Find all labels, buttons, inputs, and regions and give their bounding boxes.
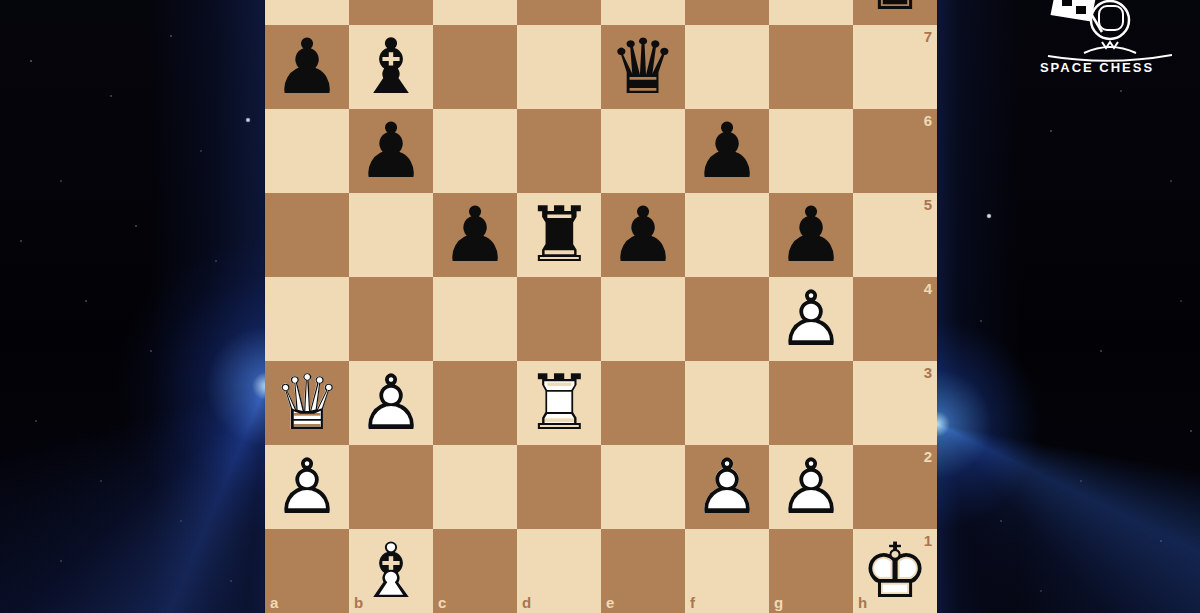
square-c4[interactable]: [433, 277, 517, 361]
white-pawn-outline-glyph: ♙: [777, 277, 845, 361]
square-g5[interactable]: ♟: [769, 193, 853, 277]
square-d2[interactable]: [517, 445, 601, 529]
square-d1[interactable]: d: [517, 529, 601, 613]
white-pawn[interactable]: ♟♙: [349, 361, 433, 445]
white-pawn-outline-glyph: ♙: [693, 445, 761, 529]
square-b2[interactable]: [349, 445, 433, 529]
square-d7[interactable]: [517, 25, 601, 109]
square-c3[interactable]: [433, 361, 517, 445]
black-pawn[interactable]: ♟: [601, 193, 685, 277]
square-c5[interactable]: ♟: [433, 193, 517, 277]
square-f6[interactable]: ♟: [685, 109, 769, 193]
square-e4[interactable]: [601, 277, 685, 361]
white-pawn[interactable]: ♟♙: [685, 445, 769, 529]
white-queen[interactable]: ♛♕: [265, 361, 349, 445]
square-e7[interactable]: ♛: [601, 25, 685, 109]
square-b6[interactable]: ♟: [349, 109, 433, 193]
black-king-glyph: ♚: [861, 0, 929, 25]
white-pawn[interactable]: ♟♙: [769, 445, 853, 529]
white-bishop[interactable]: ♝♗: [349, 529, 433, 613]
astronaut-chess-piece-icon: [1022, 0, 1172, 62]
square-g6[interactable]: [769, 109, 853, 193]
square-a2[interactable]: ♟♙: [265, 445, 349, 529]
square-e1[interactable]: e: [601, 529, 685, 613]
square-h6[interactable]: 6: [853, 109, 937, 193]
square-a5[interactable]: [265, 193, 349, 277]
square-f7[interactable]: [685, 25, 769, 109]
black-pawn-glyph: ♟: [441, 193, 509, 277]
black-bishop-glyph: ♝: [357, 25, 425, 109]
white-queen-outline-glyph: ♕: [273, 361, 341, 445]
square-a6[interactable]: [265, 109, 349, 193]
white-pawn-outline-glyph: ♙: [777, 445, 845, 529]
white-pawn-outline-glyph: ♙: [357, 361, 425, 445]
square-g2[interactable]: ♟♙: [769, 445, 853, 529]
space-chess-logo: SPACE CHESS: [1022, 0, 1172, 86]
black-pawn[interactable]: ♟: [685, 109, 769, 193]
square-a7[interactable]: ♟: [265, 25, 349, 109]
square-d3[interactable]: ♜♖: [517, 361, 601, 445]
white-king-outline-glyph: ♔: [861, 529, 929, 613]
white-rook-outline-glyph: ♖: [525, 361, 593, 445]
square-d4[interactable]: [517, 277, 601, 361]
file-label-d: d: [522, 595, 531, 610]
square-g8[interactable]: [769, 0, 853, 25]
rank-label-7: 7: [924, 29, 932, 44]
black-queen[interactable]: ♛: [601, 25, 685, 109]
black-pawn[interactable]: ♟: [433, 193, 517, 277]
square-b5[interactable]: [349, 193, 433, 277]
square-h4[interactable]: 4: [853, 277, 937, 361]
square-b3[interactable]: ♟♙: [349, 361, 433, 445]
square-f4[interactable]: [685, 277, 769, 361]
square-d6[interactable]: [517, 109, 601, 193]
black-pawn-glyph: ♟: [273, 25, 341, 109]
square-a4[interactable]: [265, 277, 349, 361]
file-label-e: e: [606, 595, 614, 610]
rank-label-3: 3: [924, 365, 932, 380]
rank-label-5: 5: [924, 197, 932, 212]
chess-board: 8♚♟♝♛7♟♟6♟♜♟♟5♟♙4♛♕♟♙♜♖3♟♙♟♙♟♙2ab♝♗cdefg…: [265, 0, 937, 613]
square-c1[interactable]: c: [433, 529, 517, 613]
square-e6[interactable]: [601, 109, 685, 193]
square-e2[interactable]: [601, 445, 685, 529]
square-b4[interactable]: [349, 277, 433, 361]
square-b1[interactable]: b♝♗: [349, 529, 433, 613]
rank-label-2: 2: [924, 449, 932, 464]
file-label-a: a: [270, 595, 278, 610]
square-a3[interactable]: ♛♕: [265, 361, 349, 445]
square-d5[interactable]: ♜: [517, 193, 601, 277]
square-c6[interactable]: [433, 109, 517, 193]
square-f5[interactable]: [685, 193, 769, 277]
square-e3[interactable]: [601, 361, 685, 445]
logo-text: SPACE CHESS: [1022, 60, 1172, 75]
rank-label-6: 6: [924, 113, 932, 128]
chess-piece-body-icon: [1084, 42, 1136, 53]
square-c2[interactable]: [433, 445, 517, 529]
file-label-g: g: [774, 595, 783, 610]
black-pawn-glyph: ♟: [777, 193, 845, 277]
white-king[interactable]: ♚♔: [853, 529, 937, 613]
rank-label-4: 4: [924, 281, 932, 296]
square-a1[interactable]: a: [265, 529, 349, 613]
square-g7[interactable]: [769, 25, 853, 109]
white-bishop-outline-glyph: ♗: [357, 529, 425, 613]
square-h3[interactable]: 3: [853, 361, 937, 445]
square-g3[interactable]: [769, 361, 853, 445]
square-g4[interactable]: ♟♙: [769, 277, 853, 361]
square-b7[interactable]: ♝: [349, 25, 433, 109]
scene: 8♚♟♝♛7♟♟6♟♜♟♟5♟♙4♛♕♟♙♜♖3♟♙♟♙♟♙2ab♝♗cdefg…: [0, 0, 1200, 613]
square-e5[interactable]: ♟: [601, 193, 685, 277]
square-h5[interactable]: 5: [853, 193, 937, 277]
black-king[interactable]: ♚: [853, 0, 937, 25]
black-pawn[interactable]: ♟: [265, 25, 349, 109]
black-queen-glyph: ♛: [609, 25, 677, 109]
white-pawn-outline-glyph: ♙: [273, 445, 341, 529]
black-pawn[interactable]: ♟: [349, 109, 433, 193]
black-rook[interactable]: ♜: [517, 193, 601, 277]
square-h1[interactable]: 1h♚♔: [853, 529, 937, 613]
file-label-f: f: [690, 595, 695, 610]
white-pawn[interactable]: ♟♙: [265, 445, 349, 529]
square-g1[interactable]: g: [769, 529, 853, 613]
square-h8[interactable]: 8♚: [853, 0, 937, 25]
square-f1[interactable]: f: [685, 529, 769, 613]
square-d8[interactable]: [517, 0, 601, 25]
black-rook-glyph: ♜: [525, 193, 593, 277]
flag-icon: [1052, 0, 1102, 32]
square-h7[interactable]: 7: [853, 25, 937, 109]
square-f8[interactable]: [685, 0, 769, 25]
square-f2[interactable]: ♟♙: [685, 445, 769, 529]
file-label-c: c: [438, 595, 446, 610]
black-pawn-glyph: ♟: [609, 193, 677, 277]
black-pawn-glyph: ♟: [693, 109, 761, 193]
square-f3[interactable]: [685, 361, 769, 445]
astronaut-helmet-icon: [1091, 1, 1129, 39]
black-pawn[interactable]: ♟: [769, 193, 853, 277]
black-bishop[interactable]: ♝: [349, 25, 433, 109]
square-c8[interactable]: [433, 0, 517, 25]
square-c7[interactable]: [433, 25, 517, 109]
square-h2[interactable]: 2: [853, 445, 937, 529]
white-rook[interactable]: ♜♖: [517, 361, 601, 445]
black-pawn-glyph: ♟: [357, 109, 425, 193]
white-pawn[interactable]: ♟♙: [769, 277, 853, 361]
